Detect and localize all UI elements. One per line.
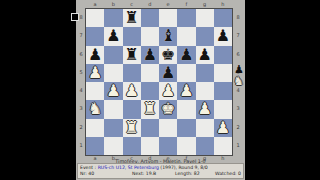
event-link[interactable]: RUS-ch U12, St Petersburg (98, 165, 159, 170)
square-h3[interactable] (214, 100, 232, 118)
square-c1[interactable] (123, 137, 141, 155)
square-c2[interactable]: ♜ (123, 119, 141, 137)
black-rook-icon: ♜ (124, 47, 138, 63)
black-pawn-icon: ♟ (179, 47, 193, 63)
square-b2[interactable] (104, 119, 122, 137)
file-label-b: b (104, 2, 122, 7)
square-a8[interactable] (86, 9, 104, 27)
black-king-icon: ♚ (161, 47, 175, 63)
chess-board: ♜♟♝♟♟♜♟♚♟♟♟♟♟♟♟♟♞♜♚♟♜♟ (86, 9, 232, 155)
rank-label-6: 6 (235, 45, 241, 63)
square-h1[interactable] (214, 137, 232, 155)
square-h2[interactable]: ♟ (214, 119, 232, 137)
square-g1[interactable] (196, 137, 214, 155)
white-knight-icon: ♞ (88, 101, 102, 117)
file-label-d: d (141, 2, 159, 7)
square-f1[interactable] (177, 137, 195, 155)
square-f7[interactable] (177, 27, 195, 45)
rank-label-2: 2 (235, 118, 241, 136)
square-a1[interactable] (86, 137, 104, 155)
black-pawn-icon: ♟ (88, 47, 102, 63)
rank-label-7: 7 (78, 26, 84, 44)
square-e7[interactable]: ♝ (159, 27, 177, 45)
square-g5[interactable] (196, 64, 214, 82)
file-label-a: a (86, 2, 104, 7)
square-a6[interactable]: ♟ (86, 46, 104, 64)
square-h6[interactable] (214, 46, 232, 64)
square-e4[interactable]: ♟ (159, 82, 177, 100)
square-d1[interactable] (141, 137, 159, 155)
square-e1[interactable] (159, 137, 177, 155)
square-g6[interactable]: ♟ (196, 46, 214, 64)
rank-label-1: 1 (235, 136, 241, 154)
square-c4[interactable]: ♟ (123, 82, 141, 100)
side-to-move-indicator-black (71, 13, 79, 21)
square-d4[interactable] (141, 82, 159, 100)
file-label-e: e (159, 2, 177, 7)
square-f2[interactable] (177, 119, 195, 137)
square-a3[interactable]: ♞ (86, 100, 104, 118)
rank-label-6: 6 (78, 45, 84, 63)
white-pawn-icon: ♟ (197, 101, 211, 117)
black-pawn-icon: ♟ (143, 47, 157, 63)
captured-white-knight-icon: ♞ (233, 75, 244, 87)
square-g3[interactable]: ♟ (196, 100, 214, 118)
rank-label-7: 7 (235, 26, 241, 44)
rank-label-4: 4 (78, 81, 84, 99)
square-b8[interactable] (104, 9, 122, 27)
square-b4[interactable]: ♟ (104, 82, 122, 100)
square-g2[interactable] (196, 119, 214, 137)
black-pawn-icon: ♟ (197, 47, 211, 63)
info-box: Event : RUS-ch U12, St Petersburg (1997)… (77, 163, 244, 179)
square-c5[interactable] (123, 64, 141, 82)
square-b7[interactable]: ♟ (104, 27, 122, 45)
black-rook-icon: ♜ (124, 10, 138, 26)
square-e3[interactable]: ♚ (159, 100, 177, 118)
square-d2[interactable] (141, 119, 159, 137)
square-g7[interactable] (196, 27, 214, 45)
info-field-watched: Watched: 0 (215, 171, 241, 176)
black-pawn-icon: ♟ (106, 28, 120, 44)
square-c6[interactable]: ♜ (123, 46, 141, 64)
video-frame: abcdefgh abcdefgh 87654321 87654321 ♜♟♝♟… (0, 0, 320, 180)
square-f8[interactable] (177, 9, 195, 27)
square-h8[interactable] (214, 9, 232, 27)
rank-label-3: 3 (235, 99, 241, 117)
letterbox-right (245, 0, 320, 180)
black-pawn-icon: ♟ (216, 28, 230, 44)
square-b6[interactable] (104, 46, 122, 64)
file-labels-top: abcdefgh (86, 2, 232, 7)
square-e6[interactable]: ♚ (159, 46, 177, 64)
rank-label-2: 2 (78, 118, 84, 136)
square-h7[interactable]: ♟ (214, 27, 232, 45)
square-b1[interactable] (104, 137, 122, 155)
square-c8[interactable]: ♜ (123, 9, 141, 27)
rank-labels-left: 87654321 (78, 8, 84, 154)
square-b3[interactable] (104, 100, 122, 118)
square-f6[interactable]: ♟ (177, 46, 195, 64)
square-e8[interactable] (159, 9, 177, 27)
white-pawn-icon: ♟ (179, 83, 193, 99)
info-line-event: Event : RUS-ch U12, St Petersburg (1997)… (80, 165, 208, 170)
white-pawn-icon: ♟ (216, 120, 230, 136)
square-a4[interactable] (86, 82, 104, 100)
rank-label-3: 3 (78, 99, 84, 117)
white-king-icon: ♚ (161, 101, 175, 117)
rank-label-1: 1 (78, 136, 84, 154)
white-pawn-icon: ♟ (88, 65, 102, 81)
info-field-length: Length: 82 (175, 171, 200, 176)
square-f3[interactable] (177, 100, 195, 118)
letterbox-left (0, 0, 76, 180)
info-field-next: Next: 19.B (132, 171, 156, 176)
square-c7[interactable] (123, 27, 141, 45)
white-rook-icon: ♜ (143, 101, 157, 117)
file-label-f: f (177, 2, 195, 7)
square-h5[interactable] (214, 64, 232, 82)
white-rook-icon: ♜ (124, 120, 138, 136)
square-f5[interactable] (177, 64, 195, 82)
square-f4[interactable]: ♟ (177, 82, 195, 100)
square-e2[interactable] (159, 119, 177, 137)
square-d7[interactable] (141, 27, 159, 45)
black-bishop-icon: ♝ (161, 28, 175, 44)
rank-label-8: 8 (235, 8, 241, 26)
square-d6[interactable]: ♟ (141, 46, 159, 64)
board-frame: ♜♟♝♟♟♜♟♚♟♟♟♟♟♟♟♟♞♜♚♟♜♟ (85, 8, 233, 156)
white-pawn-icon: ♟ (106, 83, 120, 99)
square-a5[interactable]: ♟ (86, 64, 104, 82)
event-label: Event : (80, 165, 96, 170)
square-b5[interactable] (104, 64, 122, 82)
file-label-c: c (123, 2, 141, 7)
square-a7[interactable] (86, 27, 104, 45)
square-g8[interactable] (196, 9, 214, 27)
info-field-nr: Nr: 40 (80, 171, 94, 176)
event-rest: (1997), Round 9, 8/0 (159, 165, 208, 170)
white-pawn-icon: ♟ (161, 83, 175, 99)
square-a2[interactable] (86, 119, 104, 137)
square-g4[interactable] (196, 82, 214, 100)
square-d3[interactable]: ♜ (141, 100, 159, 118)
square-e5[interactable]: ♟ (159, 64, 177, 82)
file-label-g: g (196, 2, 214, 7)
square-d8[interactable] (141, 9, 159, 27)
white-pawn-icon: ♟ (124, 83, 138, 99)
file-label-h: h (214, 2, 232, 7)
square-h4[interactable] (214, 82, 232, 100)
square-d5[interactable] (141, 64, 159, 82)
black-pawn-icon: ♟ (161, 65, 175, 81)
board-panel: abcdefgh abcdefgh 87654321 87654321 ♜♟♝♟… (76, 0, 245, 180)
square-c3[interactable] (123, 100, 141, 118)
rank-label-5: 5 (78, 63, 84, 81)
